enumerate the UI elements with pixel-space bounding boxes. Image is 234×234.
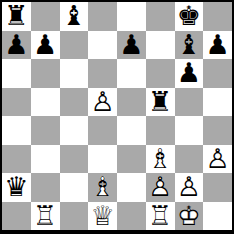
white-piece-outline: ♙: [88, 88, 117, 117]
square-f6[interactable]: [146, 59, 175, 88]
square-g3[interactable]: [175, 145, 204, 174]
piece-black-pawn[interactable]: ♟: [117, 31, 146, 60]
square-f2[interactable]: ♟♙: [146, 173, 175, 202]
piece-white-bishop[interactable]: ♝♗: [146, 145, 175, 174]
square-a1[interactable]: [2, 202, 31, 231]
square-b4[interactable]: [31, 116, 60, 145]
square-c3[interactable]: [60, 145, 89, 174]
square-d7[interactable]: [88, 31, 117, 60]
square-d5[interactable]: ♟♙: [88, 88, 117, 117]
square-e5[interactable]: [117, 88, 146, 117]
white-piece-outline: ♙: [146, 173, 175, 202]
piece-black-bishop[interactable]: ♝: [60, 2, 89, 31]
square-c8[interactable]: ♝: [60, 2, 89, 31]
square-h6[interactable]: [203, 59, 232, 88]
white-piece-outline: ♔: [175, 202, 204, 231]
square-e6[interactable]: [117, 59, 146, 88]
square-e8[interactable]: [117, 2, 146, 31]
piece-black-pawn[interactable]: ♟: [2, 31, 31, 60]
square-a4[interactable]: [2, 116, 31, 145]
square-f3[interactable]: ♝♗: [146, 145, 175, 174]
square-b2[interactable]: [31, 173, 60, 202]
square-e7[interactable]: ♟: [117, 31, 146, 60]
square-g7[interactable]: ♝: [175, 31, 204, 60]
square-g1[interactable]: ♚♔: [175, 202, 204, 231]
piece-black-pawn[interactable]: ♟: [31, 31, 60, 60]
square-d8[interactable]: [88, 2, 117, 31]
square-f8[interactable]: [146, 2, 175, 31]
square-b6[interactable]: [31, 59, 60, 88]
square-d4[interactable]: [88, 116, 117, 145]
piece-black-rook[interactable]: ♜: [2, 2, 31, 31]
square-h8[interactable]: [203, 2, 232, 31]
square-a3[interactable]: [2, 145, 31, 174]
white-piece-outline: ♖: [31, 202, 60, 231]
square-h5[interactable]: [203, 88, 232, 117]
square-g4[interactable]: [175, 116, 204, 145]
square-c2[interactable]: [60, 173, 89, 202]
piece-black-queen[interactable]: ♛: [2, 173, 31, 202]
piece-black-king[interactable]: ♚: [175, 2, 204, 31]
white-piece-outline: ♗: [88, 173, 117, 202]
piece-black-pawn[interactable]: ♟: [203, 31, 232, 60]
square-e1[interactable]: [117, 202, 146, 231]
square-h4[interactable]: [203, 116, 232, 145]
piece-white-queen[interactable]: ♛♕: [88, 202, 117, 231]
square-a8[interactable]: ♜: [2, 2, 31, 31]
square-h3[interactable]: ♟♙: [203, 145, 232, 174]
square-h1[interactable]: [203, 202, 232, 231]
square-h2[interactable]: [203, 173, 232, 202]
square-f4[interactable]: [146, 116, 175, 145]
square-c4[interactable]: [60, 116, 89, 145]
piece-white-bishop[interactable]: ♝♗: [88, 173, 117, 202]
piece-black-pawn[interactable]: ♟: [175, 59, 204, 88]
piece-black-bishop[interactable]: ♝: [175, 31, 204, 60]
square-e4[interactable]: [117, 116, 146, 145]
square-f5[interactable]: ♜: [146, 88, 175, 117]
square-b1[interactable]: ♜♖: [31, 202, 60, 231]
piece-black-rook[interactable]: ♜: [146, 88, 175, 117]
square-c1[interactable]: [60, 202, 89, 231]
square-d1[interactable]: ♛♕: [88, 202, 117, 231]
square-g2[interactable]: ♟♙: [175, 173, 204, 202]
square-f7[interactable]: [146, 31, 175, 60]
square-h7[interactable]: ♟: [203, 31, 232, 60]
square-a7[interactable]: ♟: [2, 31, 31, 60]
square-g6[interactable]: ♟: [175, 59, 204, 88]
square-b3[interactable]: [31, 145, 60, 174]
piece-white-pawn[interactable]: ♟♙: [146, 173, 175, 202]
square-a5[interactable]: [2, 88, 31, 117]
square-b7[interactable]: ♟: [31, 31, 60, 60]
piece-white-king[interactable]: ♚♔: [175, 202, 204, 231]
square-g5[interactable]: [175, 88, 204, 117]
square-c5[interactable]: [60, 88, 89, 117]
square-f1[interactable]: ♜♖: [146, 202, 175, 231]
square-c7[interactable]: [60, 31, 89, 60]
square-e2[interactable]: [117, 173, 146, 202]
piece-white-pawn[interactable]: ♟♙: [88, 88, 117, 117]
chess-board: ♜♝♚♟♟♟♝♟♟♟♙♜♝♗♟♙♛♝♗♟♙♟♙♜♖♛♕♜♖♚♔: [2, 2, 232, 230]
square-a6[interactable]: [2, 59, 31, 88]
white-piece-outline: ♕: [88, 202, 117, 231]
square-c6[interactable]: [60, 59, 89, 88]
white-piece-outline: ♙: [175, 173, 204, 202]
square-d6[interactable]: [88, 59, 117, 88]
square-d2[interactable]: ♝♗: [88, 173, 117, 202]
square-b8[interactable]: [31, 2, 60, 31]
white-piece-outline: ♖: [146, 202, 175, 231]
chess-board-frame: ♜♝♚♟♟♟♝♟♟♟♙♜♝♗♟♙♛♝♗♟♙♟♙♜♖♛♕♜♖♚♔: [0, 0, 234, 234]
square-b5[interactable]: [31, 88, 60, 117]
square-d3[interactable]: [88, 145, 117, 174]
piece-white-rook[interactable]: ♜♖: [31, 202, 60, 231]
square-g8[interactable]: ♚: [175, 2, 204, 31]
white-piece-outline: ♗: [146, 145, 175, 174]
piece-white-pawn[interactable]: ♟♙: [175, 173, 204, 202]
piece-white-pawn[interactable]: ♟♙: [203, 145, 232, 174]
square-e3[interactable]: [117, 145, 146, 174]
square-a2[interactable]: ♛: [2, 173, 31, 202]
piece-white-rook[interactable]: ♜♖: [146, 202, 175, 231]
white-piece-outline: ♙: [203, 145, 232, 174]
